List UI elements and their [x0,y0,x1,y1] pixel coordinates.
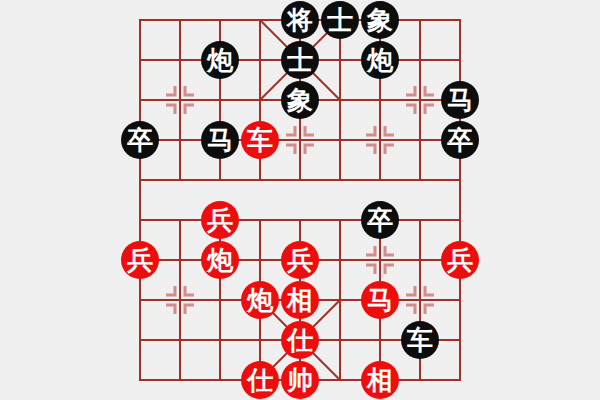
black-elephant[interactable]: 象 [361,1,399,39]
board-cell [139,299,179,339]
board-cell [259,179,299,219]
red-elephant[interactable]: 相 [281,281,319,319]
red-advisor[interactable]: 仕 [241,361,279,399]
board-cell [419,179,459,219]
xiangqi-board: 将士象炮士炮象马卒马车卒兵卒兵炮兵兵炮相马仕车仕帅相 [139,19,461,381]
board-cell [299,139,339,179]
black-horse[interactable]: 马 [441,81,479,119]
red-soldier[interactable]: 兵 [201,201,239,239]
red-advisor[interactable]: 仕 [281,321,319,359]
red-general[interactable]: 帅 [281,361,319,399]
black-cannon[interactable]: 炮 [361,41,399,79]
red-horse[interactable]: 马 [361,281,399,319]
black-soldier[interactable]: 卒 [121,121,159,159]
red-cannon[interactable]: 炮 [201,241,239,279]
red-chariot[interactable]: 车 [241,121,279,159]
board-cell [139,179,179,219]
board-cell [339,139,379,179]
xiangqi-board-screenshot: 将士象炮士炮象马卒马车卒兵卒兵炮兵兵炮相马仕车仕帅相 [0,0,600,400]
black-soldier[interactable]: 卒 [361,201,399,239]
black-cannon[interactable]: 炮 [201,41,239,79]
board-cell [339,99,379,139]
red-elephant[interactable]: 相 [361,361,399,399]
black-elephant[interactable]: 象 [281,81,319,119]
red-soldier[interactable]: 兵 [441,241,479,279]
black-general[interactable]: 将 [281,1,319,39]
board-cell [139,19,179,59]
board-cell [379,99,419,139]
board-cell [139,339,179,379]
board-cell [139,59,179,99]
board-cell [299,179,339,219]
black-advisor[interactable]: 士 [281,41,319,79]
red-cannon[interactable]: 炮 [241,281,279,319]
red-soldier[interactable]: 兵 [281,241,319,279]
red-soldier[interactable]: 兵 [121,241,159,279]
black-horse[interactable]: 马 [201,121,239,159]
black-soldier[interactable]: 卒 [441,121,479,159]
board-cell [179,299,219,339]
black-advisor[interactable]: 士 [321,1,359,39]
board-cell [419,19,459,59]
black-chariot[interactable]: 车 [401,321,439,359]
board-cell [179,339,219,379]
board-cell [379,139,419,179]
